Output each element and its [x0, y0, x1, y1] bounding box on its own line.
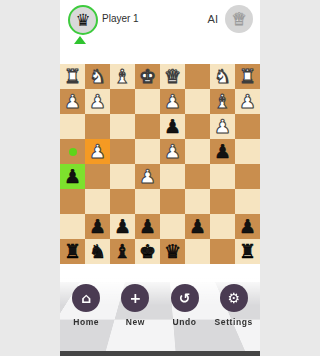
square-c3[interactable]: [185, 114, 210, 139]
square-h6[interactable]: [60, 189, 85, 214]
square-c6[interactable]: [185, 189, 210, 214]
black-pawn: ♟: [164, 114, 181, 139]
white-king: ♚: [139, 64, 156, 89]
square-g2[interactable]: ♟: [85, 89, 110, 114]
settings-button[interactable]: ⚙ Settings: [211, 284, 257, 327]
square-g3[interactable]: [85, 114, 110, 139]
square-b6[interactable]: [210, 189, 235, 214]
black-knight: ♞: [89, 239, 106, 264]
square-e5[interactable]: ♟: [135, 164, 160, 189]
white-pawn: ♟: [164, 139, 181, 164]
black-rook: ♜: [239, 239, 256, 264]
player-avatar[interactable]: ♛: [68, 5, 98, 35]
top-bar: ♛ Player 1 AI ♛: [60, 0, 260, 64]
black-pawn: ♟: [239, 214, 256, 239]
square-h2[interactable]: ♟: [60, 89, 85, 114]
square-d8[interactable]: ♛: [160, 239, 185, 264]
undo-button[interactable]: ↺ Undo: [162, 284, 208, 327]
square-g4[interactable]: ♟: [85, 139, 110, 164]
square-d3[interactable]: ♟: [160, 114, 185, 139]
chess-board: ♜♞♝♚♛♞♜♟♟♟♝♟♟♟♟♟♟♟♟♟♟♟♟♟♜♞♝♚♛♜: [60, 64, 260, 264]
white-rook: ♜: [64, 64, 81, 89]
square-h7[interactable]: [60, 214, 85, 239]
square-e4[interactable]: [135, 139, 160, 164]
square-f7[interactable]: ♟: [110, 214, 135, 239]
square-d1[interactable]: ♛: [160, 64, 185, 89]
square-e6[interactable]: [135, 189, 160, 214]
square-b3[interactable]: ♟: [210, 114, 235, 139]
white-queen-icon: ♛: [231, 11, 246, 28]
square-e3[interactable]: [135, 114, 160, 139]
black-pawn: ♟: [114, 214, 131, 239]
white-pawn: ♟: [89, 139, 106, 164]
home-button[interactable]: ⌂ Home: [63, 284, 109, 327]
square-a5[interactable]: [235, 164, 260, 189]
square-c2[interactable]: [185, 89, 210, 114]
square-a2[interactable]: ♟: [235, 89, 260, 114]
black-pawn: ♟: [89, 214, 106, 239]
square-d6[interactable]: [160, 189, 185, 214]
square-f2[interactable]: [110, 89, 135, 114]
square-a8[interactable]: ♜: [235, 239, 260, 264]
square-h3[interactable]: [60, 114, 85, 139]
black-king: ♚: [139, 239, 156, 264]
turn-indicator-icon: [74, 36, 86, 44]
square-a4[interactable]: [235, 139, 260, 164]
square-b1[interactable]: ♞: [210, 64, 235, 89]
square-d5[interactable]: [160, 164, 185, 189]
square-a3[interactable]: [235, 114, 260, 139]
square-f3[interactable]: [110, 114, 135, 139]
white-knight: ♞: [89, 64, 106, 89]
square-g7[interactable]: ♟: [85, 214, 110, 239]
square-f4[interactable]: [110, 139, 135, 164]
ai-avatar[interactable]: ♛: [225, 5, 253, 33]
square-b2[interactable]: ♝: [210, 89, 235, 114]
white-pawn: ♟: [139, 164, 156, 189]
black-rook: ♜: [64, 239, 81, 264]
home-button-circle: ⌂: [72, 284, 100, 312]
square-h5[interactable]: ♟: [60, 164, 85, 189]
settings-button-label: Settings: [215, 317, 253, 327]
square-c4[interactable]: [185, 139, 210, 164]
square-b8[interactable]: [210, 239, 235, 264]
square-a1[interactable]: ♜: [235, 64, 260, 89]
square-e8[interactable]: ♚: [135, 239, 160, 264]
new-game-button-label: New: [126, 317, 145, 327]
square-h4[interactable]: [60, 139, 85, 164]
player-name: Player 1: [102, 13, 139, 24]
white-rook: ♜: [239, 64, 256, 89]
square-g1[interactable]: ♞: [85, 64, 110, 89]
undo-button-label: Undo: [173, 317, 197, 327]
square-c8[interactable]: [185, 239, 210, 264]
settings-button-circle: ⚙: [220, 284, 248, 312]
square-b7[interactable]: [210, 214, 235, 239]
white-knight: ♞: [214, 64, 231, 89]
chess-app-screen: ♛ Player 1 AI ♛ ♜♞♝♚♛♞♜♟♟♟♝♟♟♟♟♟♟♟♟♟♟♟♟♟…: [60, 0, 260, 356]
black-queen-icon: ♛: [75, 12, 90, 29]
square-c5[interactable]: [185, 164, 210, 189]
white-pawn: ♟: [89, 89, 106, 114]
bottom-edge-strip: [60, 351, 260, 356]
white-queen: ♛: [164, 64, 181, 89]
ai-label: AI: [208, 13, 218, 25]
new-game-button[interactable]: + New: [112, 284, 158, 327]
undo-button-circle: ↺: [171, 284, 199, 312]
black-pawn: ♟: [139, 214, 156, 239]
square-a6[interactable]: [235, 189, 260, 214]
square-e1[interactable]: ♚: [135, 64, 160, 89]
square-d2[interactable]: ♟: [160, 89, 185, 114]
square-a7[interactable]: ♟: [235, 214, 260, 239]
square-h1[interactable]: ♜: [60, 64, 85, 89]
square-c1[interactable]: [185, 64, 210, 89]
new-game-button-circle: +: [121, 284, 149, 312]
black-bishop: ♝: [114, 239, 131, 264]
square-e2[interactable]: [135, 89, 160, 114]
square-d4[interactable]: ♟: [160, 139, 185, 164]
square-f1[interactable]: ♝: [110, 64, 135, 89]
black-queen: ♛: [164, 239, 181, 264]
white-pawn: ♟: [214, 114, 231, 139]
white-bishop: ♝: [214, 89, 231, 114]
undo-icon: ↺: [179, 291, 191, 305]
square-h8[interactable]: ♜: [60, 239, 85, 264]
white-pawn: ♟: [239, 89, 256, 114]
square-f8[interactable]: ♝: [110, 239, 135, 264]
nav-bar: ⌂ Home + New ↺ Undo ⚙ Settings: [60, 284, 260, 327]
square-f5[interactable]: [110, 164, 135, 189]
gear-icon: ⚙: [227, 291, 240, 305]
black-pawn: ♟: [64, 164, 81, 189]
legal-move-dot: [69, 148, 77, 156]
square-g6[interactable]: [85, 189, 110, 214]
square-b4[interactable]: ♟: [210, 139, 235, 164]
square-b5[interactable]: [210, 164, 235, 189]
home-icon: ⌂: [81, 291, 91, 305]
square-f6[interactable]: [110, 189, 135, 214]
home-button-label: Home: [73, 317, 99, 327]
white-bishop: ♝: [114, 64, 131, 89]
footer: ⌂ Home + New ↺ Undo ⚙ Settings: [60, 264, 260, 356]
square-d7[interactable]: [160, 214, 185, 239]
white-pawn: ♟: [64, 89, 81, 114]
square-c7[interactable]: ♟: [185, 214, 210, 239]
white-pawn: ♟: [164, 89, 181, 114]
plus-icon: +: [130, 291, 142, 305]
black-pawn: ♟: [189, 214, 206, 239]
square-e7[interactable]: ♟: [135, 214, 160, 239]
square-g5[interactable]: [85, 164, 110, 189]
black-pawn: ♟: [214, 139, 231, 164]
square-g8[interactable]: ♞: [85, 239, 110, 264]
